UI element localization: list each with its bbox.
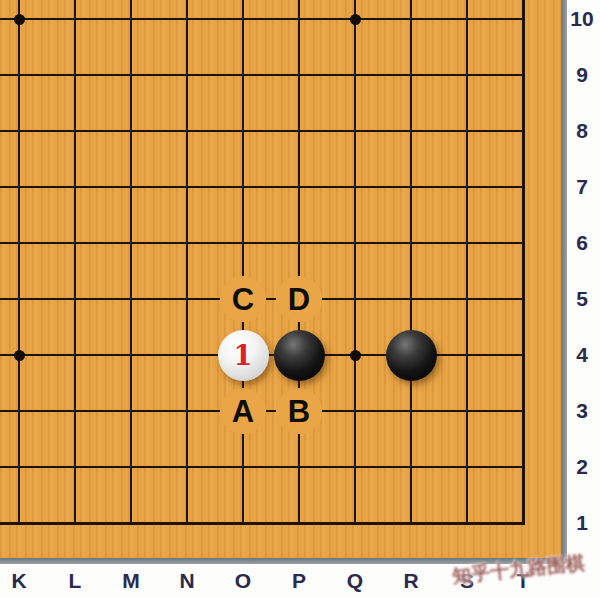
row-label-7: 7 xyxy=(576,175,588,199)
marker-label: D xyxy=(288,284,310,315)
column-label-Q: Q xyxy=(347,569,363,593)
row-label-9: 9 xyxy=(576,63,588,87)
grid-line-row-2 xyxy=(0,466,525,468)
marker-label: C xyxy=(232,284,254,315)
grid-line-row-10 xyxy=(0,18,525,20)
grid-line-row-1 xyxy=(0,522,525,525)
grid-line-col-T xyxy=(522,0,525,525)
row-label-5: 5 xyxy=(576,287,588,311)
row-label-3: 3 xyxy=(576,399,588,423)
grid-line-col-O xyxy=(242,0,244,525)
grid-line-row-8 xyxy=(0,130,525,132)
grid-line-row-9 xyxy=(0,74,525,76)
board-edge-right xyxy=(561,0,567,564)
stone-black-R4 xyxy=(386,330,437,381)
star-point-K4 xyxy=(14,350,25,361)
marker-label: B xyxy=(288,396,310,427)
grid-line-row-7 xyxy=(0,186,525,188)
grid-line-col-S xyxy=(466,0,468,525)
marker-D: D xyxy=(276,276,322,322)
column-label-O: O xyxy=(235,569,251,593)
row-label-10: 10 xyxy=(570,7,593,31)
row-label-8: 8 xyxy=(576,119,588,143)
star-point-Q10 xyxy=(350,14,361,25)
grid-line-row-6 xyxy=(0,242,525,244)
row-label-6: 6 xyxy=(576,231,588,255)
grid-line-col-P xyxy=(298,0,300,525)
grid-line-col-N xyxy=(186,0,188,525)
stone-black-P4 xyxy=(274,330,325,381)
star-point-K10 xyxy=(14,14,25,25)
marker-A: A xyxy=(220,388,266,434)
star-point-Q4 xyxy=(350,350,361,361)
move-number: 1 xyxy=(234,342,253,369)
row-label-2: 2 xyxy=(576,455,588,479)
grid-line-col-Q xyxy=(354,0,356,525)
row-label-4: 4 xyxy=(576,343,588,367)
go-board: CDAB1 xyxy=(0,0,561,558)
grid-line-col-R xyxy=(410,0,412,525)
grid-line-col-M xyxy=(130,0,132,525)
go-diagram: CDAB1 KLMNOPQRST 10987654321 知乎十九路围棋 xyxy=(0,0,600,597)
column-label-N: N xyxy=(179,569,194,593)
column-label-M: M xyxy=(122,569,140,593)
column-label-K: K xyxy=(11,569,26,593)
stone-white-O4: 1 xyxy=(218,330,269,381)
marker-C: C xyxy=(220,276,266,322)
marker-label: A xyxy=(232,396,254,427)
column-label-R: R xyxy=(403,569,418,593)
grid-line-col-L xyxy=(74,0,76,525)
column-label-P: P xyxy=(292,569,306,593)
column-label-L: L xyxy=(69,569,82,593)
grid-line-col-K xyxy=(18,0,20,525)
marker-B: B xyxy=(276,388,322,434)
row-label-1: 1 xyxy=(576,511,588,535)
